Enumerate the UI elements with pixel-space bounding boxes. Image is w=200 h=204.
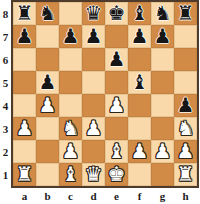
square-f3[interactable] [128,117,151,140]
square-d2[interactable] [82,140,105,163]
rank-label-4: 4 [0,94,11,117]
square-f5[interactable]: ♝ [128,71,151,94]
piece-white-pawn[interactable]: ♟ [36,94,59,117]
piece-white-knight[interactable]: ♞ [174,117,197,140]
rank-label-2: 2 [0,140,11,163]
square-g5[interactable] [151,71,174,94]
square-c4[interactable] [59,94,82,117]
square-g3[interactable] [151,117,174,140]
file-label-b: b [36,188,59,204]
square-h7[interactable] [174,25,197,48]
piece-white-bishop[interactable]: ♝ [59,163,82,186]
square-g1[interactable] [151,163,174,186]
square-h5[interactable] [174,71,197,94]
piece-black-pawn[interactable]: ♟ [105,48,128,71]
piece-black-pawn[interactable]: ♟ [13,25,36,48]
square-d4[interactable] [82,94,105,117]
square-a7[interactable]: ♟ [13,25,36,48]
square-g8[interactable]: ♞ [151,2,174,25]
square-b6[interactable] [36,48,59,71]
square-e4[interactable]: ♟ [105,94,128,117]
square-c7[interactable]: ♟ [59,25,82,48]
square-e3[interactable] [105,117,128,140]
rank-label-5: 5 [0,71,11,94]
square-h6[interactable] [174,48,197,71]
square-c6[interactable] [59,48,82,71]
square-b3[interactable] [36,117,59,140]
square-d1[interactable]: ♛ [82,163,105,186]
square-c1[interactable]: ♝ [59,163,82,186]
piece-white-knight[interactable]: ♞ [59,117,82,140]
piece-black-king[interactable]: ♚ [105,2,128,25]
square-e5[interactable] [105,71,128,94]
square-d5[interactable] [82,71,105,94]
square-a6[interactable] [13,48,36,71]
file-label-f: f [128,188,151,204]
square-h2[interactable]: ♟ [174,140,197,163]
board-frame: ♜♞♛♚♝♞♜♟♟♟♟♟♟♟♝♟♟♟♟♞♟♞♟♝♟♟♟♜♝♛♚♜ [11,0,199,188]
piece-white-rook[interactable]: ♜ [174,163,197,186]
square-e2[interactable]: ♝ [105,140,128,163]
square-g2[interactable]: ♟ [151,140,174,163]
piece-black-bishop[interactable]: ♝ [128,71,151,94]
piece-black-queen[interactable]: ♛ [82,2,105,25]
rank-labels: 87654321 [0,0,11,188]
square-e6[interactable]: ♟ [105,48,128,71]
file-label-e: e [105,188,128,204]
piece-white-pawn[interactable]: ♟ [13,117,36,140]
square-h4[interactable]: ♟ [174,94,197,117]
piece-black-knight[interactable]: ♞ [36,2,59,25]
piece-white-pawn[interactable]: ♟ [105,94,128,117]
square-h8[interactable]: ♜ [174,2,197,25]
piece-white-rook[interactable]: ♜ [13,163,36,186]
square-b4[interactable]: ♟ [36,94,59,117]
square-h3[interactable]: ♞ [174,117,197,140]
rank-label-1: 1 [0,163,11,186]
square-f7[interactable]: ♟ [128,25,151,48]
piece-black-pawn[interactable]: ♟ [151,25,174,48]
file-label-d: d [82,188,105,204]
square-f1[interactable] [128,163,151,186]
square-f6[interactable] [128,48,151,71]
piece-white-pawn[interactable]: ♟ [174,140,197,163]
square-a2[interactable] [13,140,36,163]
square-g4[interactable] [151,94,174,117]
square-f2[interactable]: ♟ [128,140,151,163]
square-b2[interactable] [36,140,59,163]
piece-black-pawn[interactable]: ♟ [128,25,151,48]
file-label-a: a [13,188,36,204]
square-f8[interactable]: ♝ [128,2,151,25]
square-a4[interactable] [13,94,36,117]
square-b1[interactable] [36,163,59,186]
square-b7[interactable] [36,25,59,48]
square-b5[interactable]: ♟ [36,71,59,94]
piece-black-pawn[interactable]: ♟ [82,25,105,48]
square-b8[interactable]: ♞ [36,2,59,25]
piece-white-pawn[interactable]: ♟ [82,117,105,140]
file-label-g: g [151,188,174,204]
square-c3[interactable]: ♞ [59,117,82,140]
square-d3[interactable]: ♟ [82,117,105,140]
square-e1[interactable]: ♚ [105,163,128,186]
piece-white-pawn[interactable]: ♟ [59,140,82,163]
square-f4[interactable] [128,94,151,117]
chess-board-widget: 87654321 ♜♞♛♚♝♞♜♟♟♟♟♟♟♟♝♟♟♟♟♞♟♞♟♝♟♟♟♜♝♛♚… [0,0,200,204]
rank-label-6: 6 [0,48,11,71]
file-labels: abcdefgh [13,188,200,204]
piece-black-knight[interactable]: ♞ [151,2,174,25]
square-h1[interactable]: ♜ [174,163,197,186]
square-a5[interactable] [13,71,36,94]
square-d7[interactable]: ♟ [82,25,105,48]
piece-black-pawn[interactable]: ♟ [59,25,82,48]
square-a3[interactable]: ♟ [13,117,36,140]
square-c8[interactable] [59,2,82,25]
square-e7[interactable] [105,25,128,48]
piece-white-king[interactable]: ♚ [105,163,128,186]
file-label-h: h [174,188,197,204]
file-label-c: c [59,188,82,204]
piece-black-bishop[interactable]: ♝ [128,2,151,25]
piece-black-rook[interactable]: ♜ [13,2,36,25]
square-g6[interactable] [151,48,174,71]
square-c5[interactable] [59,71,82,94]
piece-white-pawn[interactable]: ♟ [128,140,151,163]
square-e8[interactable]: ♚ [105,2,128,25]
piece-white-queen[interactable]: ♛ [82,163,105,186]
square-c2[interactable]: ♟ [59,140,82,163]
square-d6[interactable] [82,48,105,71]
square-g7[interactable]: ♟ [151,25,174,48]
piece-white-pawn[interactable]: ♟ [151,140,174,163]
square-a8[interactable]: ♜ [13,2,36,25]
rank-label-7: 7 [0,25,11,48]
board: ♜♞♛♚♝♞♜♟♟♟♟♟♟♟♝♟♟♟♟♞♟♞♟♝♟♟♟♜♝♛♚♜ [13,2,197,186]
square-d8[interactable]: ♛ [82,2,105,25]
piece-white-bishop[interactable]: ♝ [105,140,128,163]
piece-black-pawn[interactable]: ♟ [174,94,197,117]
rank-label-3: 3 [0,117,11,140]
piece-black-pawn[interactable]: ♟ [36,71,59,94]
piece-black-rook[interactable]: ♜ [174,2,197,25]
square-a1[interactable]: ♜ [13,163,36,186]
rank-label-8: 8 [0,2,11,25]
